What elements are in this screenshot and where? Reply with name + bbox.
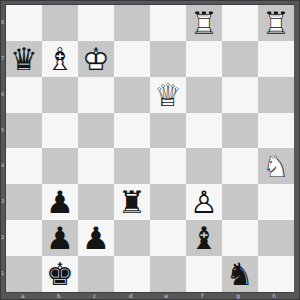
square-f4[interactable]: [186, 148, 222, 184]
square-e7[interactable]: [150, 41, 186, 77]
square-c6[interactable]: [78, 77, 114, 113]
square-g2[interactable]: [222, 220, 258, 256]
chess-board: ♜♖♜♖♛♝♗♚♔♛♕♞♘♟♜♟♙♟♟♝♚♞: [5, 4, 294, 293]
square-a1[interactable]: [6, 256, 42, 292]
black-pawn-glyph: ♟: [78, 220, 114, 256]
file-coordinates: abcdefgh: [5, 292, 292, 300]
square-h8[interactable]: ♜♖: [258, 5, 294, 41]
square-e8[interactable]: [150, 5, 186, 41]
piece-black-queen-a7[interactable]: ♛: [6, 41, 42, 77]
white-rook-glyph: ♖: [258, 5, 294, 41]
rank-label-6: 6: [0, 76, 5, 112]
rank-label-5: 5: [0, 112, 5, 148]
square-b7[interactable]: ♝♗: [42, 41, 78, 77]
square-a4[interactable]: [6, 148, 42, 184]
file-label-g: g: [220, 292, 256, 300]
piece-white-king-c7[interactable]: ♚♔: [78, 41, 114, 77]
rank-label-3: 3: [0, 183, 5, 219]
square-c5[interactable]: [78, 113, 114, 148]
black-king-glyph: ♚: [42, 256, 78, 292]
square-d7[interactable]: [114, 41, 150, 77]
file-label-b: b: [41, 292, 77, 300]
square-a5[interactable]: [6, 113, 42, 148]
white-knight-glyph: ♘: [258, 148, 294, 184]
square-h3[interactable]: [258, 184, 294, 220]
rank-coordinates: 87654321: [0, 4, 5, 291]
square-h7[interactable]: [258, 41, 294, 77]
white-king-glyph: ♔: [78, 41, 114, 77]
square-b2[interactable]: ♟: [42, 220, 78, 256]
square-e6[interactable]: ♛♕: [150, 77, 186, 113]
square-d6[interactable]: [114, 77, 150, 113]
square-d4[interactable]: [114, 148, 150, 184]
square-g3[interactable]: [222, 184, 258, 220]
piece-white-bishop-b7[interactable]: ♝♗: [42, 41, 78, 77]
piece-white-knight-h4[interactable]: ♞♘: [258, 148, 294, 184]
file-label-c: c: [77, 292, 113, 300]
square-d2[interactable]: [114, 220, 150, 256]
piece-black-pawn-c2[interactable]: ♟: [78, 220, 114, 256]
rank-label-8: 8: [0, 4, 5, 40]
square-c7[interactable]: ♚♔: [78, 41, 114, 77]
square-g7[interactable]: [222, 41, 258, 77]
white-queen-glyph: ♕: [150, 77, 186, 113]
square-e2[interactable]: [150, 220, 186, 256]
square-e5[interactable]: [150, 113, 186, 148]
square-f5[interactable]: [186, 113, 222, 148]
square-b8[interactable]: [42, 5, 78, 41]
square-h5[interactable]: [258, 113, 294, 148]
rank-label-4: 4: [0, 148, 5, 184]
piece-black-pawn-b3[interactable]: ♟: [42, 184, 78, 220]
square-a8[interactable]: [6, 5, 42, 41]
piece-black-king-b1[interactable]: ♚: [42, 256, 78, 292]
square-d1[interactable]: [114, 256, 150, 292]
square-d3[interactable]: ♜: [114, 184, 150, 220]
piece-black-bishop-f2[interactable]: ♝: [186, 220, 222, 256]
square-b1[interactable]: ♚: [42, 256, 78, 292]
white-rook-glyph: ♖: [186, 5, 222, 41]
file-label-a: a: [5, 292, 41, 300]
black-bishop-glyph: ♝: [186, 220, 222, 256]
piece-white-rook-h8[interactable]: ♜♖: [258, 5, 294, 41]
square-b6[interactable]: [42, 77, 78, 113]
square-h4[interactable]: ♞♘: [258, 148, 294, 184]
square-h2[interactable]: [258, 220, 294, 256]
white-bishop-glyph: ♗: [42, 41, 78, 77]
square-e4[interactable]: [150, 148, 186, 184]
file-label-h: h: [256, 292, 292, 300]
white-pawn-glyph: ♙: [186, 184, 222, 220]
rank-label-1: 1: [0, 255, 5, 291]
square-h1[interactable]: [258, 256, 294, 292]
square-c3[interactable]: [78, 184, 114, 220]
square-f6[interactable]: [186, 77, 222, 113]
black-pawn-glyph: ♟: [42, 184, 78, 220]
square-c4[interactable]: [78, 148, 114, 184]
rank-label-7: 7: [0, 40, 5, 76]
black-rook-glyph: ♜: [114, 184, 150, 220]
square-e1[interactable]: [150, 256, 186, 292]
square-d5[interactable]: [114, 113, 150, 148]
square-g8[interactable]: [222, 5, 258, 41]
file-label-d: d: [113, 292, 149, 300]
square-c1[interactable]: [78, 256, 114, 292]
square-a3[interactable]: [6, 184, 42, 220]
black-pawn-glyph: ♟: [42, 220, 78, 256]
square-a2[interactable]: [6, 220, 42, 256]
square-c2[interactable]: ♟: [78, 220, 114, 256]
square-f8[interactable]: ♜♖: [186, 5, 222, 41]
square-g5[interactable]: [222, 113, 258, 148]
black-queen-glyph: ♛: [6, 41, 42, 77]
square-g6[interactable]: [222, 77, 258, 113]
file-label-f: f: [184, 292, 220, 300]
piece-white-pawn-f3[interactable]: ♟♙: [186, 184, 222, 220]
square-b5[interactable]: [42, 113, 78, 148]
square-f7[interactable]: [186, 41, 222, 77]
square-a7[interactable]: ♛: [6, 41, 42, 77]
square-f2[interactable]: ♝: [186, 220, 222, 256]
piece-black-pawn-b2[interactable]: ♟: [42, 220, 78, 256]
piece-black-knight-g1[interactable]: ♞: [222, 256, 258, 292]
square-a6[interactable]: [6, 77, 42, 113]
black-knight-glyph: ♞: [222, 256, 258, 292]
chess-board-widget: ♜♖♜♖♛♝♗♚♔♛♕♞♘♟♜♟♙♟♟♝♚♞ 87654321 abcdefgh: [0, 0, 300, 300]
square-b3[interactable]: ♟: [42, 184, 78, 220]
square-e3[interactable]: [150, 184, 186, 220]
square-b4[interactable]: [42, 148, 78, 184]
square-g4[interactable]: [222, 148, 258, 184]
piece-white-rook-f8[interactable]: ♜♖: [186, 5, 222, 41]
piece-black-rook-d3[interactable]: ♜: [114, 184, 150, 220]
square-c8[interactable]: [78, 5, 114, 41]
square-f3[interactable]: ♟♙: [186, 184, 222, 220]
square-g1[interactable]: ♞: [222, 256, 258, 292]
file-label-e: e: [149, 292, 185, 300]
rank-label-2: 2: [0, 219, 5, 255]
square-h6[interactable]: [258, 77, 294, 113]
square-d8[interactable]: [114, 5, 150, 41]
square-f1[interactable]: [186, 256, 222, 292]
piece-white-queen-e6[interactable]: ♛♕: [150, 77, 186, 113]
